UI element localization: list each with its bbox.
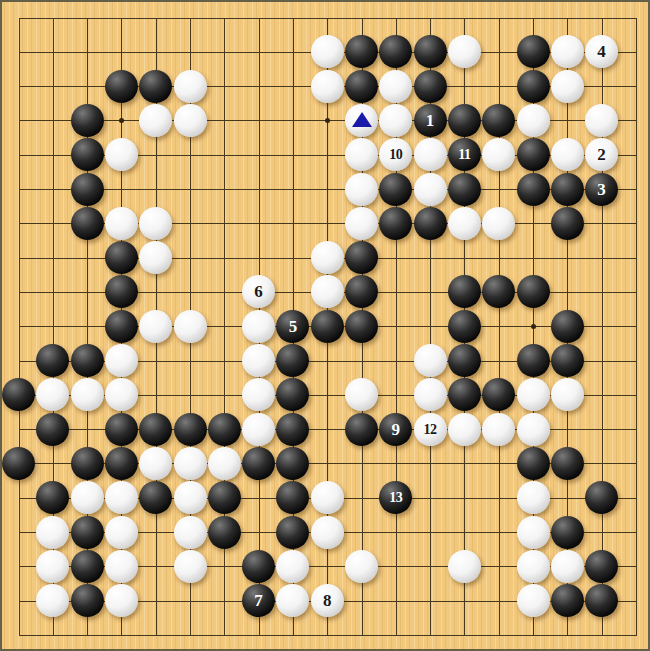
white-stone	[551, 378, 584, 411]
white-stone	[517, 481, 550, 514]
white-stone: 6	[242, 275, 275, 308]
white-stone	[174, 104, 207, 137]
black-stone	[517, 35, 550, 68]
black-stone	[71, 138, 104, 171]
black-stone	[71, 104, 104, 137]
white-stone	[36, 584, 69, 617]
black-stone: 7	[242, 584, 275, 617]
black-stone	[482, 275, 515, 308]
black-stone	[36, 481, 69, 514]
black-stone	[311, 310, 344, 343]
black-stone	[551, 584, 584, 617]
black-stone	[517, 344, 550, 377]
white-stone	[482, 207, 515, 240]
white-stone	[139, 104, 172, 137]
black-stone	[71, 173, 104, 206]
black-stone	[551, 447, 584, 480]
white-stone	[105, 481, 138, 514]
go-board[interactable]: 41101123659121378	[0, 0, 650, 651]
black-stone	[345, 413, 378, 446]
white-stone	[36, 378, 69, 411]
black-stone	[448, 378, 481, 411]
black-stone	[551, 516, 584, 549]
star-point	[531, 324, 536, 329]
white-stone	[174, 481, 207, 514]
white-stone	[36, 516, 69, 549]
black-stone	[517, 447, 550, 480]
white-stone	[105, 344, 138, 377]
black-stone	[71, 344, 104, 377]
white-stone	[414, 378, 447, 411]
black-stone	[551, 344, 584, 377]
white-stone	[311, 241, 344, 274]
black-stone	[71, 584, 104, 617]
white-stone	[105, 516, 138, 549]
black-stone	[379, 35, 412, 68]
black-stone	[208, 516, 241, 549]
black-stone	[36, 413, 69, 446]
white-stone	[242, 413, 275, 446]
move-number-label: 6	[242, 275, 275, 308]
white-stone	[448, 413, 481, 446]
black-stone	[276, 344, 309, 377]
black-stone	[105, 275, 138, 308]
black-stone	[242, 447, 275, 480]
black-stone	[105, 413, 138, 446]
white-stone	[517, 516, 550, 549]
white-stone	[311, 275, 344, 308]
grid-line-horizontal	[19, 635, 637, 636]
move-number-label: 9	[379, 413, 412, 446]
black-stone	[139, 413, 172, 446]
white-stone	[517, 378, 550, 411]
black-stone	[414, 70, 447, 103]
white-stone: 8	[311, 584, 344, 617]
white-stone	[139, 447, 172, 480]
black-stone	[2, 447, 35, 480]
black-stone	[242, 550, 275, 583]
black-stone	[345, 70, 378, 103]
black-stone	[585, 550, 618, 583]
black-stone	[585, 481, 618, 514]
white-stone	[71, 378, 104, 411]
white-stone	[551, 138, 584, 171]
move-number-label: 11	[448, 138, 481, 171]
white-stone	[276, 550, 309, 583]
white-stone	[345, 138, 378, 171]
black-stone	[448, 104, 481, 137]
black-stone: 13	[379, 481, 412, 514]
move-number-label: 10	[379, 138, 412, 171]
black-stone	[551, 173, 584, 206]
star-point	[325, 118, 330, 123]
white-stone	[448, 35, 481, 68]
white-stone	[276, 584, 309, 617]
white-stone	[551, 35, 584, 68]
white-stone	[105, 584, 138, 617]
move-number-label: 5	[276, 310, 309, 343]
white-stone: 10	[379, 138, 412, 171]
black-stone	[276, 378, 309, 411]
white-stone	[105, 138, 138, 171]
white-stone	[174, 310, 207, 343]
white-stone: 4	[585, 35, 618, 68]
white-stone	[71, 481, 104, 514]
white-stone	[174, 550, 207, 583]
black-stone	[448, 173, 481, 206]
white-stone: 12	[414, 413, 447, 446]
white-stone	[242, 378, 275, 411]
black-stone	[105, 241, 138, 274]
white-stone	[482, 413, 515, 446]
black-stone	[276, 516, 309, 549]
black-stone	[379, 173, 412, 206]
white-stone	[345, 550, 378, 583]
white-stone	[311, 70, 344, 103]
black-stone	[139, 481, 172, 514]
black-stone	[482, 378, 515, 411]
white-stone	[379, 104, 412, 137]
black-stone: 9	[379, 413, 412, 446]
black-stone	[345, 241, 378, 274]
move-number-label: 4	[585, 35, 618, 68]
white-stone	[105, 207, 138, 240]
black-stone	[414, 35, 447, 68]
black-stone	[551, 310, 584, 343]
white-stone	[414, 138, 447, 171]
white-stone	[174, 70, 207, 103]
black-stone	[276, 413, 309, 446]
move-number-label: 12	[414, 413, 447, 446]
star-point	[119, 118, 124, 123]
black-stone	[139, 70, 172, 103]
black-stone	[276, 447, 309, 480]
black-stone	[551, 207, 584, 240]
black-stone	[71, 516, 104, 549]
white-stone	[517, 584, 550, 617]
white-stone	[345, 207, 378, 240]
black-stone	[448, 344, 481, 377]
black-stone	[448, 275, 481, 308]
white-stone	[174, 516, 207, 549]
white-stone	[414, 173, 447, 206]
white-stone	[517, 104, 550, 137]
black-stone	[517, 275, 550, 308]
black-stone	[517, 70, 550, 103]
black-stone	[208, 481, 241, 514]
black-stone	[585, 584, 618, 617]
black-stone	[174, 413, 207, 446]
move-number-label: 13	[379, 481, 412, 514]
black-stone	[71, 207, 104, 240]
move-number-label: 1	[414, 104, 447, 137]
black-stone	[71, 550, 104, 583]
white-stone	[414, 344, 447, 377]
white-stone	[242, 344, 275, 377]
black-stone	[448, 310, 481, 343]
black-stone: 11	[448, 138, 481, 171]
black-stone	[71, 447, 104, 480]
black-stone: 3	[585, 173, 618, 206]
white-stone	[379, 70, 412, 103]
white-stone	[139, 207, 172, 240]
grid-line-vertical	[636, 18, 637, 636]
white-stone	[105, 378, 138, 411]
white-stone	[139, 241, 172, 274]
black-stone	[105, 70, 138, 103]
white-stone: 2	[585, 138, 618, 171]
black-stone	[276, 481, 309, 514]
black-stone	[482, 104, 515, 137]
white-stone	[517, 550, 550, 583]
white-stone	[139, 310, 172, 343]
black-stone	[379, 207, 412, 240]
move-number-label: 7	[242, 584, 275, 617]
white-stone	[585, 104, 618, 137]
white-stone	[345, 378, 378, 411]
white-stone	[482, 138, 515, 171]
white-stone	[517, 413, 550, 446]
triangle-marker-icon	[352, 112, 372, 127]
black-stone	[345, 35, 378, 68]
white-stone	[208, 447, 241, 480]
white-stone	[448, 207, 481, 240]
black-stone	[517, 138, 550, 171]
white-stone	[345, 173, 378, 206]
white-stone	[311, 481, 344, 514]
white-stone	[345, 104, 378, 137]
white-stone	[311, 516, 344, 549]
white-stone	[551, 550, 584, 583]
white-stone	[311, 35, 344, 68]
white-stone	[551, 70, 584, 103]
black-stone: 5	[276, 310, 309, 343]
black-stone	[345, 310, 378, 343]
black-stone	[414, 207, 447, 240]
white-stone	[105, 550, 138, 583]
black-stone	[36, 344, 69, 377]
move-number-label: 3	[585, 173, 618, 206]
black-stone	[345, 275, 378, 308]
white-stone	[36, 550, 69, 583]
black-stone	[2, 378, 35, 411]
black-stone	[105, 447, 138, 480]
black-stone: 1	[414, 104, 447, 137]
white-stone	[242, 310, 275, 343]
white-stone	[448, 550, 481, 583]
move-number-label: 8	[311, 584, 344, 617]
black-stone	[517, 173, 550, 206]
move-number-label: 2	[585, 138, 618, 171]
black-stone	[105, 310, 138, 343]
black-stone	[208, 413, 241, 446]
white-stone	[174, 447, 207, 480]
